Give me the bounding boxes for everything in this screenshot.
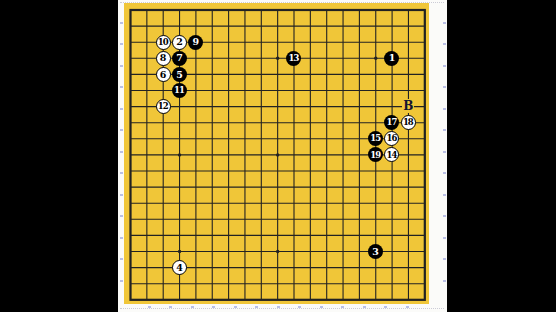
margin-tick <box>443 194 446 196</box>
margin-tick <box>443 172 446 174</box>
board-point-D17: 2 <box>171 34 187 50</box>
stones-layer: 12345678910111213141516171819B <box>122 2 433 308</box>
board-point-R10: 14 <box>384 147 400 163</box>
margin-tick <box>443 215 446 217</box>
board-point-C15: 6 <box>155 66 171 82</box>
margin-tick <box>443 151 446 153</box>
margin-tick <box>120 172 123 174</box>
board-point-Q11: 15 <box>367 131 383 147</box>
stone-white-10: 10 <box>156 35 171 50</box>
margin-tick <box>443 86 446 88</box>
margin-tick <box>120 258 123 260</box>
move-number: 11 <box>174 86 184 95</box>
margin-tick <box>406 306 409 308</box>
go-board[interactable]: 12345678910111213141516171819B <box>124 3 429 304</box>
move-number: 15 <box>370 134 380 143</box>
stone-white-8: 8 <box>156 51 171 66</box>
move-number: 7 <box>176 53 183 63</box>
move-number: 8 <box>160 53 167 63</box>
margin-tick <box>341 306 344 308</box>
board-point-D14: 11 <box>171 82 187 98</box>
margin-tick <box>120 43 123 45</box>
move-number: 9 <box>193 37 200 47</box>
margin-tick <box>191 306 194 308</box>
margin-tick <box>148 306 151 308</box>
move-number: 5 <box>176 69 183 79</box>
stone-white-14: 14 <box>384 147 399 162</box>
margin-tick <box>120 22 123 24</box>
move-number: 10 <box>158 37 168 46</box>
board-point-D15: 5 <box>171 66 187 82</box>
stone-black-13: 13 <box>286 51 301 66</box>
stone-black-19: 19 <box>368 147 383 162</box>
stone-black-1: 1 <box>384 51 399 66</box>
move-number: 3 <box>372 246 379 256</box>
stone-white-18: 18 <box>401 115 416 130</box>
move-number: 1 <box>389 53 396 63</box>
board-point-C16: 8 <box>155 50 171 66</box>
board-point-C13: 12 <box>155 98 171 114</box>
stone-black-15: 15 <box>368 131 383 146</box>
stone-black-11: 11 <box>172 83 187 98</box>
margin-tick <box>120 215 123 217</box>
margin-tick <box>234 306 237 308</box>
margin-tick <box>169 306 172 308</box>
margin-tick <box>384 306 387 308</box>
margin-tick <box>443 129 446 131</box>
board-point-Q4: 3 <box>367 243 383 259</box>
board-point-L16: 13 <box>286 50 302 66</box>
stone-white-4: 4 <box>172 260 187 275</box>
margin-tick <box>443 65 446 67</box>
point-label-B: B <box>402 99 414 113</box>
board-point-E17: 9 <box>188 34 204 50</box>
stone-black-5: 5 <box>172 67 187 82</box>
move-number: 2 <box>176 37 183 47</box>
diagram-panel: 12345678910111213141516171819B <box>118 0 447 312</box>
margin-tick <box>320 306 323 308</box>
margin-tick <box>120 237 123 239</box>
stone-white-16: 16 <box>384 131 399 146</box>
margin-tick <box>120 108 123 110</box>
stone-white-6: 6 <box>156 67 171 82</box>
board-point-D16: 7 <box>171 50 187 66</box>
margin-tick <box>443 237 446 239</box>
stone-black-9: 9 <box>188 35 203 50</box>
board-point-D3: 4 <box>171 259 187 275</box>
margin-tick <box>212 306 215 308</box>
margin-tick <box>298 306 301 308</box>
board-point-R16: 1 <box>384 50 400 66</box>
stone-black-3: 3 <box>368 244 383 259</box>
margin-tick <box>120 65 123 67</box>
margin-tick <box>120 280 123 282</box>
panel-bottom-rule <box>120 308 444 309</box>
move-number: 18 <box>403 118 413 127</box>
margin-tick <box>443 108 446 110</box>
stone-black-17: 17 <box>384 115 399 130</box>
margin-tick <box>443 43 446 45</box>
board-point-R12: 17 <box>384 115 400 131</box>
move-number: 19 <box>370 150 380 159</box>
margin-tick <box>363 306 366 308</box>
board-point-C17: 10 <box>155 34 171 50</box>
margin-tick <box>120 86 123 88</box>
screen: 12345678910111213141516171819B <box>0 0 556 312</box>
stone-white-2: 2 <box>172 35 187 50</box>
board-point-S12: 18 <box>400 115 416 131</box>
margin-tick <box>120 194 123 196</box>
margin-tick <box>277 306 280 308</box>
move-number: 12 <box>158 102 168 111</box>
margin-tick <box>120 151 123 153</box>
margin-tick <box>120 129 123 131</box>
margin-tick <box>443 258 446 260</box>
stone-white-12: 12 <box>156 99 171 114</box>
move-number: 16 <box>387 134 397 143</box>
stone-black-7: 7 <box>172 51 187 66</box>
move-number: 14 <box>387 150 397 159</box>
board-point-Q10: 19 <box>367 147 383 163</box>
move-number: 6 <box>160 69 167 79</box>
margin-tick <box>255 306 258 308</box>
margin-tick <box>443 22 446 24</box>
move-number: 17 <box>387 118 397 127</box>
board-point-R11: 16 <box>384 131 400 147</box>
margin-tick <box>443 280 446 282</box>
move-number: 13 <box>289 53 299 62</box>
move-number: 4 <box>176 262 183 272</box>
board-point-S13: B <box>400 98 416 114</box>
